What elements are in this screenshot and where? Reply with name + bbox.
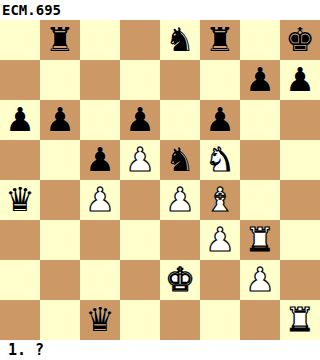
white-pawn-piece: ♟ (125, 140, 155, 180)
square-a2[interactable] (0, 260, 40, 300)
black-pawn-piece: ♟ (45, 100, 75, 140)
black-queen-piece: ♛ (85, 300, 115, 340)
square-b2[interactable] (40, 260, 80, 300)
square-c1[interactable]: ♛ (80, 300, 120, 340)
square-d1[interactable] (120, 300, 160, 340)
chess-board: ♜♞♜♚♟♟♟♟♟♟♟♟♞♞♛♟♟♝♟♜♚♟♛♜ (0, 20, 320, 340)
square-f4[interactable]: ♝ (200, 180, 240, 220)
black-pawn-piece: ♟ (205, 100, 235, 140)
white-pawn-piece: ♟ (245, 260, 275, 300)
black-pawn-piece: ♟ (125, 100, 155, 140)
black-knight-piece: ♞ (165, 20, 195, 60)
square-g8[interactable] (240, 20, 280, 60)
white-pawn-piece: ♟ (205, 220, 235, 260)
square-f5[interactable]: ♞ (200, 140, 240, 180)
square-b6[interactable]: ♟ (40, 100, 80, 140)
square-e3[interactable] (160, 220, 200, 260)
black-queen-piece: ♛ (5, 180, 35, 220)
square-c5[interactable]: ♟ (80, 140, 120, 180)
square-h2[interactable] (280, 260, 320, 300)
square-h1[interactable]: ♜ (280, 300, 320, 340)
square-f1[interactable] (200, 300, 240, 340)
square-a7[interactable] (0, 60, 40, 100)
square-h7[interactable]: ♟ (280, 60, 320, 100)
square-h5[interactable] (280, 140, 320, 180)
square-h8[interactable]: ♚ (280, 20, 320, 60)
white-bishop-piece: ♝ (205, 180, 235, 220)
square-g6[interactable] (240, 100, 280, 140)
black-king-piece: ♚ (285, 20, 315, 60)
square-d2[interactable] (120, 260, 160, 300)
square-d4[interactable] (120, 180, 160, 220)
move-prompt: 1. ? (0, 340, 320, 360)
square-b5[interactable] (40, 140, 80, 180)
square-f3[interactable]: ♟ (200, 220, 240, 260)
square-a5[interactable] (0, 140, 40, 180)
square-d3[interactable] (120, 220, 160, 260)
square-e8[interactable]: ♞ (160, 20, 200, 60)
white-pawn-piece: ♟ (85, 180, 115, 220)
square-b3[interactable] (40, 220, 80, 260)
black-pawn-piece: ♟ (5, 100, 35, 140)
square-f7[interactable] (200, 60, 240, 100)
square-d8[interactable] (120, 20, 160, 60)
square-g2[interactable]: ♟ (240, 260, 280, 300)
square-c4[interactable]: ♟ (80, 180, 120, 220)
diagram-frame: ECM.695 ♜♞♜♚♟♟♟♟♟♟♟♟♞♞♛♟♟♝♟♜♚♟♛♜ 1. ? (0, 0, 320, 360)
square-h6[interactable] (280, 100, 320, 140)
square-e1[interactable] (160, 300, 200, 340)
diagram-title: ECM.695 (0, 0, 320, 20)
black-pawn-piece: ♟ (285, 60, 315, 100)
square-c7[interactable] (80, 60, 120, 100)
square-b7[interactable] (40, 60, 80, 100)
square-a8[interactable] (0, 20, 40, 60)
black-knight-piece: ♞ (165, 140, 195, 180)
square-b8[interactable]: ♜ (40, 20, 80, 60)
square-a1[interactable] (0, 300, 40, 340)
white-rook-piece: ♜ (285, 300, 315, 340)
square-f8[interactable]: ♜ (200, 20, 240, 60)
square-a6[interactable]: ♟ (0, 100, 40, 140)
square-g5[interactable] (240, 140, 280, 180)
square-h4[interactable] (280, 180, 320, 220)
square-c2[interactable] (80, 260, 120, 300)
square-e7[interactable] (160, 60, 200, 100)
square-g1[interactable] (240, 300, 280, 340)
square-b1[interactable] (40, 300, 80, 340)
white-knight-piece: ♞ (205, 140, 235, 180)
square-f2[interactable] (200, 260, 240, 300)
square-a3[interactable] (0, 220, 40, 260)
square-d7[interactable] (120, 60, 160, 100)
square-e2[interactable]: ♚ (160, 260, 200, 300)
black-pawn-piece: ♟ (245, 60, 275, 100)
square-g3[interactable]: ♜ (240, 220, 280, 260)
square-f6[interactable]: ♟ (200, 100, 240, 140)
white-pawn-piece: ♟ (165, 180, 195, 220)
square-d6[interactable]: ♟ (120, 100, 160, 140)
white-king-piece: ♚ (165, 260, 195, 300)
square-e4[interactable]: ♟ (160, 180, 200, 220)
square-g7[interactable]: ♟ (240, 60, 280, 100)
square-g4[interactable] (240, 180, 280, 220)
black-rook-piece: ♜ (45, 20, 75, 60)
square-e5[interactable]: ♞ (160, 140, 200, 180)
square-a4[interactable]: ♛ (0, 180, 40, 220)
square-h3[interactable] (280, 220, 320, 260)
square-c6[interactable] (80, 100, 120, 140)
black-pawn-piece: ♟ (85, 140, 115, 180)
square-d5[interactable]: ♟ (120, 140, 160, 180)
black-rook-piece: ♜ (205, 20, 235, 60)
square-c8[interactable] (80, 20, 120, 60)
white-rook-piece: ♜ (245, 220, 275, 260)
square-c3[interactable] (80, 220, 120, 260)
square-e6[interactable] (160, 100, 200, 140)
square-b4[interactable] (40, 180, 80, 220)
